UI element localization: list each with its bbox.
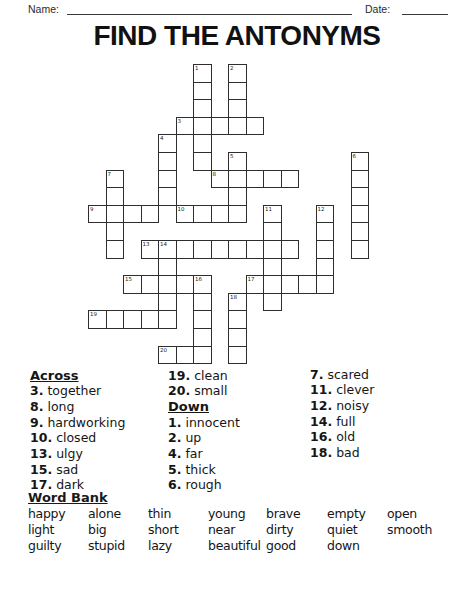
grid-cell-r10c8[interactable] [228, 240, 247, 259]
grid-cell-r13c8[interactable]: 18 [228, 293, 247, 312]
grid-cell-r3c6[interactable] [193, 117, 212, 136]
clue-item-4: 4. far [168, 446, 240, 462]
grid-cell-r6c7[interactable]: 8 [211, 170, 230, 189]
clue-column-2: 19. clean20. smallDown1. innocent2. up4.… [168, 368, 240, 494]
grid-cell-r8c15[interactable] [351, 205, 370, 224]
clue-item-18: 18. bad [310, 445, 374, 461]
clue-item-text: full [332, 414, 355, 429]
clue-number-9: 9 [90, 206, 94, 213]
grid-cell-r12c9[interactable]: 17 [246, 275, 265, 294]
grid-cell-r8c2[interactable] [123, 205, 142, 224]
grid-cell-r5c6[interactable] [193, 152, 212, 171]
clue-item-number: 1. [168, 415, 181, 430]
clue-item-number: 16. [310, 429, 332, 444]
word-bank-word-near: near [208, 522, 235, 537]
clue-column-1: Across3. together8. long9. hardworking10… [30, 368, 125, 494]
clue-item-text: sad [52, 462, 78, 477]
clue-item-text: scared [323, 367, 369, 382]
grid-cell-r10c10[interactable] [263, 240, 282, 259]
grid-cell-r10c5[interactable] [176, 240, 195, 259]
grid-cell-r11c10[interactable] [263, 258, 282, 277]
clue-item-14: 14. full [310, 414, 374, 430]
clue-item-text: rough [181, 477, 221, 492]
grid-cell-r9c10[interactable] [263, 222, 282, 241]
word-bank-word-quiet: quiet [327, 522, 357, 537]
grid-cell-r3c7[interactable] [211, 117, 230, 136]
clue-item-text: far [181, 446, 202, 461]
grid-cell-r10c15[interactable] [351, 240, 370, 259]
word-bank-word-down: down [327, 538, 360, 553]
grid-cell-r14c6[interactable] [193, 310, 212, 329]
clue-item-number: 13. [30, 446, 52, 461]
word-bank-word-young: young [208, 506, 245, 521]
clue-item-text: old [332, 429, 355, 444]
clue-item-8: 8. long [30, 399, 125, 415]
word-bank-word-light: light [28, 522, 54, 537]
grid-cell-r3c8[interactable] [228, 117, 247, 136]
grid-cell-r10c13[interactable] [316, 240, 335, 259]
clue-item-text: thick [181, 462, 215, 477]
grid-cell-r2c8[interactable] [228, 99, 247, 118]
grid-cell-r11c4[interactable] [158, 258, 177, 277]
clue-number-2: 2 [230, 65, 234, 72]
word-bank-word-smooth: smooth [387, 522, 432, 537]
grid-cell-r8c0[interactable]: 9 [88, 205, 107, 224]
word-bank-word-dirty: dirty [266, 522, 293, 537]
grid-cell-r16c6[interactable] [193, 346, 212, 365]
clue-number-20: 20 [160, 347, 167, 354]
clue-item-9: 9. hardworking [30, 415, 125, 431]
grid-cell-r14c2[interactable] [123, 310, 142, 329]
word-bank-word-happy: happy [28, 506, 65, 521]
grid-cell-r9c15[interactable] [351, 222, 370, 241]
page-title: FIND THE ANTONYMS [0, 20, 474, 52]
clue-item-5: 5. thick [168, 462, 240, 478]
grid-cell-r14c0[interactable]: 19 [88, 310, 107, 329]
clue-number-14: 14 [160, 241, 167, 248]
grid-cell-r10c3[interactable]: 13 [141, 240, 160, 259]
grid-cell-r15c6[interactable] [193, 328, 212, 347]
clue-number-12: 12 [318, 206, 325, 213]
grid-cell-r12c13[interactable] [316, 275, 335, 294]
grid-cell-r12c2[interactable]: 15 [123, 275, 142, 294]
grid-cell-r8c6[interactable] [193, 205, 212, 224]
grid-cell-r13c4[interactable] [158, 293, 177, 312]
clue-item-number: 14. [310, 414, 332, 429]
grid-cell-r14c1[interactable] [106, 310, 125, 329]
clue-item-text: small [190, 383, 227, 398]
clue-item-6: 6. rough [168, 477, 240, 493]
clue-item-text: hardworking [43, 415, 125, 430]
word-bank-word-beautiful: beautiful [208, 538, 261, 553]
clue-number-13: 13 [143, 241, 150, 248]
clue-number-1: 1 [195, 65, 199, 72]
word-bank-word-good: good [266, 538, 296, 553]
name-label: Name: [28, 3, 59, 15]
word-bank-word-empty: empty [327, 506, 366, 521]
clue-item-number: 6. [168, 477, 181, 492]
clue-item-13: 13. ulgy [30, 446, 125, 462]
clue-number-19: 19 [90, 311, 97, 318]
grid-cell-r12c6[interactable]: 16 [193, 275, 212, 294]
grid-cell-r6c11[interactable] [281, 170, 300, 189]
clue-item-20: 20. small [168, 383, 240, 399]
grid-cell-r13c6[interactable] [193, 293, 212, 312]
clues-header-across: Across [30, 368, 79, 383]
clue-item-number: 7. [310, 367, 323, 382]
word-bank-word-lazy: lazy [148, 538, 172, 553]
clue-item-number: 12. [310, 398, 332, 413]
clue-item-number: 10. [30, 430, 52, 445]
grid-cell-r6c1[interactable]: 7 [106, 170, 125, 189]
grid-cell-r6c10[interactable] [263, 170, 282, 189]
grid-cell-r16c4[interactable]: 20 [158, 346, 177, 365]
grid-cell-r8c8[interactable] [228, 205, 247, 224]
clue-item-number: 18. [310, 445, 332, 460]
grid-cell-r13c10[interactable] [263, 293, 282, 312]
grid-cell-r12c10[interactable] [263, 275, 282, 294]
word-bank-word-alone: alone [88, 506, 121, 521]
grid-cell-r5c8[interactable]: 5 [228, 152, 247, 171]
worksheet: Name: Date: FIND THE ANTONYMS 1234567891… [0, 0, 474, 613]
grid-cell-r6c15[interactable] [351, 170, 370, 189]
word-bank-word-thin: thin [148, 506, 171, 521]
clue-number-15: 15 [125, 276, 132, 283]
grid-cell-r7c15[interactable] [351, 187, 370, 206]
grid-cell-r3c9[interactable] [246, 117, 265, 136]
clue-item-text: ulgy [52, 446, 83, 461]
grid-cell-r1c8[interactable] [228, 82, 247, 101]
clue-item-1: 1. innocent [168, 415, 240, 431]
grid-cell-r10c7[interactable] [211, 240, 230, 259]
clue-item-text: innocent [181, 415, 239, 430]
clue-number-4: 4 [160, 135, 164, 142]
grid-cell-r12c4[interactable] [158, 275, 177, 294]
clue-number-10: 10 [178, 206, 185, 213]
grid-cell-r14c8[interactable] [228, 310, 247, 329]
clues-header-line: Down [168, 399, 240, 415]
grid-cell-r5c4[interactable] [158, 152, 177, 171]
clue-item-number: 11. [310, 382, 332, 397]
clue-item-number: 9. [30, 415, 43, 430]
clue-item-text: clean [190, 368, 228, 383]
clue-item-15: 15. sad [30, 462, 125, 478]
grid-cell-r8c1[interactable] [106, 205, 125, 224]
grid-cell-r2c6[interactable] [193, 99, 212, 118]
clue-item-text: up [181, 430, 201, 445]
grid-cell-r9c1[interactable] [106, 222, 125, 241]
grid-cell-r10c1[interactable] [106, 240, 125, 259]
clue-item-text: long [43, 399, 74, 414]
clue-number-17: 17 [248, 276, 255, 283]
clue-number-5: 5 [230, 153, 234, 160]
grid-cell-r7c1[interactable] [106, 187, 125, 206]
grid-cell-r15c8[interactable] [228, 328, 247, 347]
clue-item-19: 19. clean [168, 368, 240, 384]
clue-item-text: bad [332, 445, 360, 460]
grid-cell-r6c8[interactable] [228, 170, 247, 189]
clue-number-8: 8 [213, 171, 217, 178]
grid-cell-r12c11[interactable] [281, 275, 300, 294]
grid-cell-r7c8[interactable] [228, 187, 247, 206]
grid-cell-r5c15[interactable]: 6 [351, 152, 370, 171]
clue-item-text: clever [332, 382, 374, 397]
clue-item-7: 7. scared [310, 367, 374, 383]
clue-item-number: 2. [168, 430, 181, 445]
grid-cell-r8c7[interactable] [211, 205, 230, 224]
clue-item-number: 15. [30, 462, 52, 477]
date-label: Date: [365, 3, 390, 15]
grid-cell-r10c4[interactable]: 14 [158, 240, 177, 259]
clue-item-10: 10. closed [30, 430, 125, 446]
grid-cell-r10c11[interactable] [281, 240, 300, 259]
grid-cell-r12c12[interactable] [298, 275, 317, 294]
grid-cell-r4c4[interactable]: 4 [158, 134, 177, 153]
grid-cell-r3c5[interactable]: 3 [176, 117, 195, 136]
clues-header-line: Across [30, 368, 125, 384]
clue-number-6: 6 [353, 153, 357, 160]
word-bank-header: Word Bank [28, 490, 108, 505]
grid-cell-r14c4[interactable] [158, 310, 177, 329]
grid-cell-r6c4[interactable] [158, 170, 177, 189]
clue-column-3: 7. scared11. clever12. noisy14. full16. … [310, 367, 374, 461]
clue-number-11: 11 [265, 206, 272, 213]
grid-cell-r0c8[interactable]: 2 [228, 64, 247, 83]
grid-cell-r1c6[interactable] [193, 82, 212, 101]
clue-number-3: 3 [178, 118, 182, 125]
grid-cell-r8c10[interactable]: 11 [263, 205, 282, 224]
grid-cell-r10c9[interactable] [246, 240, 265, 259]
grid-cell-r16c5[interactable] [176, 346, 195, 365]
grid-cell-r6c9[interactable] [246, 170, 265, 189]
grid-cell-r10c6[interactable] [193, 240, 212, 259]
clue-item-number: 5. [168, 462, 181, 477]
grid-cell-r8c5[interactable]: 10 [176, 205, 195, 224]
grid-cell-r8c13[interactable]: 12 [316, 205, 335, 224]
date-blank-line[interactable] [402, 14, 448, 15]
clue-item-text: closed [52, 430, 96, 445]
word-bank-word-short: short [148, 522, 179, 537]
word-bank-word-open: open [387, 506, 417, 521]
grid-cell-r12c3[interactable] [141, 275, 160, 294]
clue-item-number: 19. [168, 368, 190, 383]
grid-cell-r9c13[interactable] [316, 222, 335, 241]
grid-cell-r12c5[interactable] [176, 275, 195, 294]
word-bank-word-guilty: guilty [28, 538, 61, 553]
clue-item-number: 3. [30, 383, 43, 398]
clue-item-3: 3. together [30, 383, 125, 399]
clue-number-7: 7 [108, 171, 112, 178]
grid-cell-r14c3[interactable] [141, 310, 160, 329]
word-bank-word-stupid: stupid [88, 538, 125, 553]
clues-header-down: Down [168, 399, 209, 414]
name-blank-line[interactable] [67, 14, 352, 15]
clue-item-text: noisy [332, 398, 369, 413]
grid-cell-r11c13[interactable] [316, 258, 335, 277]
clue-item-11: 11. clever [310, 382, 374, 398]
grid-cell-r7c4[interactable] [158, 187, 177, 206]
clue-number-16: 16 [195, 276, 202, 283]
grid-cell-r0c6[interactable]: 1 [193, 64, 212, 83]
word-bank-word-brave: brave [266, 506, 300, 521]
grid-cell-r8c3[interactable] [141, 205, 160, 224]
grid-cell-r4c6[interactable] [193, 134, 212, 153]
clue-item-12: 12. noisy [310, 398, 374, 414]
clue-item-number: 4. [168, 446, 181, 461]
crossword-grid: 1234567891011121314151617181920 [88, 64, 370, 364]
clue-item-number: 8. [30, 399, 43, 414]
clue-item-text: together [43, 383, 101, 398]
clue-item-16: 16. old [310, 429, 374, 445]
word-bank-word-big: big [88, 522, 106, 537]
clue-item-number: 20. [168, 383, 190, 398]
clue-number-18: 18 [230, 294, 237, 301]
clue-item-2: 2. up [168, 430, 240, 446]
grid-cell-r16c8[interactable] [228, 346, 247, 365]
